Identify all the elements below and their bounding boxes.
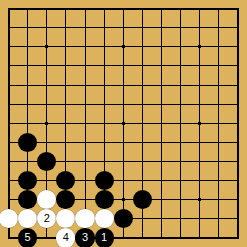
star-point [45,45,48,48]
star-point [122,122,125,125]
stone-black-c4r10 [56,171,75,190]
move-number-label: 3 [82,232,88,243]
star-point [198,45,201,48]
grid-line-horizontal [8,237,240,239]
stone-black-c2r13: 5 [18,228,37,247]
move-number-label: 1 [101,232,107,243]
stone-white-c4r13: 4 [56,228,75,247]
star-point [45,122,48,125]
star-point [198,122,201,125]
grid-line-vertical [161,8,162,240]
go-board[interactable]: 25431 [0,0,247,247]
move-number-label: 2 [44,213,50,224]
stone-black-c6r10 [95,171,114,190]
stone-white-c3r11 [37,190,56,209]
stone-black-c4r11 [56,190,75,209]
grid-line-horizontal [8,142,240,143]
stone-white-c2r12 [18,209,37,228]
star-point [122,45,125,48]
star-point [122,198,125,201]
grid-line-horizontal [8,180,240,181]
move-number-label: 4 [63,232,69,243]
stone-white-c5r12 [75,209,94,228]
stone-white-c1r12 [0,209,18,228]
stone-black-c6r13: 1 [95,228,114,247]
stone-white-c6r12 [95,209,114,228]
grid-line-vertical [218,8,219,240]
stone-black-c5r13: 3 [75,228,94,247]
stone-black-c2r10 [18,171,37,190]
stone-black-c3r9 [37,152,56,171]
grid-line-vertical [180,8,181,240]
stone-black-c8r11 [133,190,152,209]
stone-white-c4r12 [56,209,75,228]
stone-black-c2r8 [18,133,37,152]
stone-black-c2r11 [18,190,37,209]
stone-black-c7r12 [114,209,133,228]
grid-line-vertical [237,8,239,240]
star-point [198,198,201,201]
stone-white-c3r12: 2 [37,209,56,228]
stone-black-c6r11 [95,190,114,209]
move-number-label: 5 [25,232,31,243]
